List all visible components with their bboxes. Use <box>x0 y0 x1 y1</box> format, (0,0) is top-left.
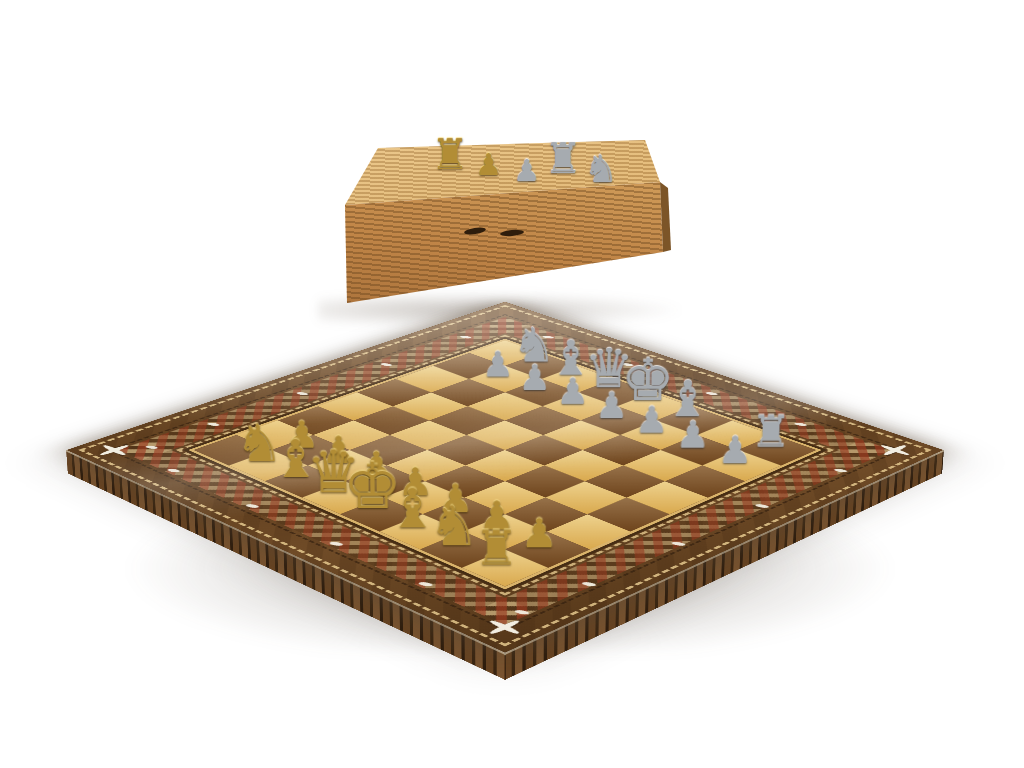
product-photo: Gold and silver Roman-figure metal chess… <box>0 0 1024 768</box>
piece-white-rook-h1: ♜ <box>449 524 543 572</box>
board-grid: ♞♝♛♚♝♜♟♟♟♟♟♟♟♟♟♟♟♟♟♟♞♝♛♚♝♞♜ <box>194 340 816 586</box>
board-scene: ♞♝♛♚♝♜♟♟♟♟♟♟♟♟♟♟♟♟♟♟♞♝♛♚♝♞♜ <box>195 140 815 760</box>
chess-board: ♞♝♛♚♝♜♟♟♟♟♟♟♟♟♟♟♟♟♟♟♞♝♛♚♝♞♜ <box>67 302 944 653</box>
piece-black-pawn-h7: ♟ <box>691 431 777 469</box>
photo-caption: Gold and silver Roman-figure metal chess… <box>0 0 1 1</box>
